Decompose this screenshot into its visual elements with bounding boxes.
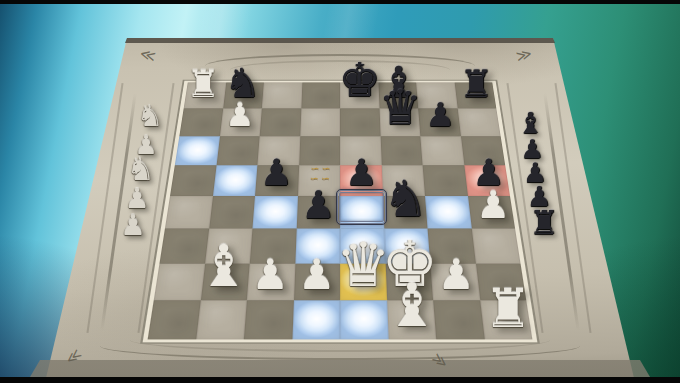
piece-white-rook[interactable]: ♜ xyxy=(184,66,222,104)
square-a6[interactable] xyxy=(175,136,220,165)
square-a7[interactable] xyxy=(179,109,222,137)
square-a4[interactable] xyxy=(165,196,213,229)
square-d1[interactable] xyxy=(292,300,340,339)
square-d8[interactable] xyxy=(301,82,340,108)
square-a5[interactable] xyxy=(170,165,216,196)
piece-black-rook[interactable]: ♜ xyxy=(458,66,496,104)
square-d6[interactable] xyxy=(299,136,340,165)
piece-black-pawn[interactable]: ♟ xyxy=(424,99,457,132)
piece-black-pawn[interactable]: ♟ xyxy=(343,155,379,191)
piece-white-pawn[interactable]: ♟ xyxy=(223,99,256,132)
square-e7[interactable] xyxy=(340,109,380,137)
square-h7[interactable] xyxy=(457,109,500,137)
letterbox-bottom xyxy=(0,377,680,383)
square-c7[interactable] xyxy=(260,109,301,137)
square-g4[interactable] xyxy=(425,196,471,229)
letterbox-top xyxy=(0,0,680,4)
square-b4[interactable] xyxy=(209,196,255,229)
captured-white-pawn: ♟ xyxy=(119,212,147,240)
square-a1[interactable] xyxy=(148,300,201,339)
square-c8[interactable] xyxy=(262,82,302,108)
piece-white-pawn[interactable]: ♟ xyxy=(249,254,291,296)
square-f6[interactable] xyxy=(380,136,422,165)
piece-white-pawn[interactable]: ♟ xyxy=(474,186,512,224)
square-c1[interactable] xyxy=(244,300,294,339)
piece-white-bishop[interactable]: ♝ xyxy=(195,238,253,296)
piece-black-pawn[interactable]: ♟ xyxy=(258,155,294,191)
captured-black-rook: ♜ xyxy=(528,206,561,239)
chess-titans-screen: ≪ ≫ ≫ ≪ ∽∽∽∽ ♜♞♚♝♜♟♛♟♟♟♟♟♞♟♝♟♟♛♚♟♝♜ ♞♟♞♟… xyxy=(0,0,680,383)
square-c4[interactable] xyxy=(252,196,297,229)
captured-white-knight: ♞ xyxy=(136,102,165,131)
hover-square-frame-e4[interactable] xyxy=(337,190,386,224)
piece-black-knight[interactable]: ♞ xyxy=(381,174,431,224)
square-b5[interactable] xyxy=(213,165,258,196)
square-d7[interactable] xyxy=(300,109,340,137)
square-h3[interactable] xyxy=(471,229,520,264)
square-b6[interactable] xyxy=(216,136,260,165)
piece-white-bishop[interactable]: ♝ xyxy=(382,275,442,335)
piece-black-queen[interactable]: ♛ xyxy=(376,84,424,132)
piece-black-pawn[interactable]: ♟ xyxy=(299,186,337,224)
captured-white-knight: ♞ xyxy=(126,154,157,185)
square-b1[interactable] xyxy=(196,300,247,339)
square-g6[interactable] xyxy=(420,136,464,165)
piece-white-pawn[interactable]: ♟ xyxy=(296,254,338,296)
piece-white-rook[interactable]: ♜ xyxy=(481,282,534,335)
